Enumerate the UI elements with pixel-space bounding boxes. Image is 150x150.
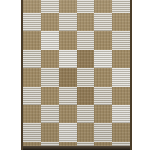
board-cell (41, 105, 59, 123)
board-cell (59, 105, 77, 123)
board-cell (41, 87, 59, 105)
board-cell (94, 68, 112, 86)
board-cell (23, 31, 41, 49)
board-cell (23, 142, 41, 146)
board-cell (94, 0, 112, 13)
board-cell (94, 142, 112, 146)
board-cell (23, 50, 41, 68)
board-cell (112, 13, 130, 31)
board-cell (59, 68, 77, 86)
checkered-rug (21, 0, 132, 150)
board-cell (94, 31, 112, 49)
board-cell (94, 87, 112, 105)
board-cell (77, 105, 95, 123)
board-cell (77, 13, 95, 31)
board-cell (94, 50, 112, 68)
board-cell (41, 31, 59, 49)
board-cell (112, 68, 130, 86)
board-cell (23, 13, 41, 31)
board-cell (59, 31, 77, 49)
checkerboard-board (23, 0, 130, 146)
rug-product-photo (0, 0, 150, 150)
board-cell (94, 123, 112, 141)
board-cell (94, 105, 112, 123)
board-cell (59, 0, 77, 13)
board-cell (77, 0, 95, 13)
board-cell (77, 31, 95, 49)
board-cell (41, 123, 59, 141)
board-cell (77, 142, 95, 146)
board-cell (77, 68, 95, 86)
board-cell (41, 50, 59, 68)
board-cell (59, 87, 77, 105)
board-cell (23, 123, 41, 141)
board-cell (112, 0, 130, 13)
board-cell (41, 68, 59, 86)
board-cell (59, 13, 77, 31)
board-cell (59, 50, 77, 68)
board-cell (77, 123, 95, 141)
board-cell (112, 87, 130, 105)
board-cell (23, 105, 41, 123)
board-cell (41, 13, 59, 31)
board-cell (23, 87, 41, 105)
board-cell (23, 0, 41, 13)
board-cell (77, 50, 95, 68)
board-cell (112, 142, 130, 146)
board-cell (23, 68, 41, 86)
board-cell (94, 13, 112, 31)
board-cell (41, 142, 59, 146)
board-cell (112, 50, 130, 68)
board-cell (77, 87, 95, 105)
board-cell (41, 0, 59, 13)
board-cell (112, 105, 130, 123)
board-cell (112, 31, 130, 49)
board-cell (59, 142, 77, 146)
board-cell (112, 123, 130, 141)
board-cell (59, 123, 77, 141)
rug-bottom-border (23, 146, 130, 150)
